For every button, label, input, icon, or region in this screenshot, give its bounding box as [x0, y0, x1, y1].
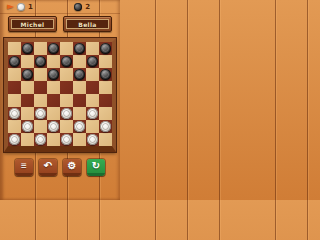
- square-h1[interactable]: [99, 133, 112, 146]
- square-e1[interactable]: [60, 133, 73, 146]
- square-b4[interactable]: [21, 94, 34, 107]
- player2-name-plate: Bella: [63, 16, 112, 32]
- black-piece[interactable]: [87, 56, 98, 67]
- square-c8[interactable]: [34, 42, 47, 55]
- square-c2[interactable]: [34, 120, 47, 133]
- square-a4[interactable]: [8, 94, 21, 107]
- square-a2[interactable]: [8, 120, 21, 133]
- square-f7[interactable]: [73, 55, 86, 68]
- black-piece[interactable]: [61, 56, 72, 67]
- square-h6[interactable]: [99, 68, 112, 81]
- black-piece[interactable]: [74, 69, 85, 80]
- white-piece[interactable]: [9, 108, 20, 119]
- square-b8[interactable]: [21, 42, 34, 55]
- turn-status-bar: ► 1 2: [0, 0, 120, 14]
- square-g7[interactable]: [86, 55, 99, 68]
- square-e8[interactable]: [60, 42, 73, 55]
- square-a5[interactable]: [8, 81, 21, 94]
- square-d8[interactable]: [47, 42, 60, 55]
- white-piece[interactable]: [9, 134, 20, 145]
- square-c4[interactable]: [34, 94, 47, 107]
- square-f3[interactable]: [73, 107, 86, 120]
- player1-name: Michel: [21, 21, 45, 28]
- square-b7[interactable]: [21, 55, 34, 68]
- white-piece-icon: [17, 3, 25, 11]
- square-b3[interactable]: [21, 107, 34, 120]
- square-b6[interactable]: [21, 68, 34, 81]
- square-g8[interactable]: [86, 42, 99, 55]
- square-d1[interactable]: [47, 133, 60, 146]
- restart-icon: ↻: [92, 161, 100, 171]
- square-b5[interactable]: [21, 81, 34, 94]
- white-piece[interactable]: [35, 134, 46, 145]
- board-grid: [8, 42, 112, 146]
- black-piece[interactable]: [74, 43, 85, 54]
- black-piece-icon: [74, 3, 82, 11]
- white-piece[interactable]: [100, 121, 111, 132]
- square-g3[interactable]: [86, 107, 99, 120]
- player2-name: Bella: [78, 21, 96, 28]
- bottom-toolbar: ≡ ↶ ⚙ ↻: [0, 159, 120, 176]
- square-e5[interactable]: [60, 81, 73, 94]
- player1-number: 1: [28, 3, 33, 11]
- black-piece[interactable]: [9, 56, 20, 67]
- square-e4[interactable]: [60, 94, 73, 107]
- player1-name-plate: Michel: [8, 16, 57, 32]
- square-d4[interactable]: [47, 94, 60, 107]
- square-g4[interactable]: [86, 94, 99, 107]
- square-b2[interactable]: [21, 120, 34, 133]
- turn-arrow-icon: ►: [7, 2, 14, 11]
- square-a6[interactable]: [8, 68, 21, 81]
- black-piece[interactable]: [48, 69, 59, 80]
- black-piece[interactable]: [48, 43, 59, 54]
- square-d5[interactable]: [47, 81, 60, 94]
- black-piece[interactable]: [22, 69, 33, 80]
- square-c6[interactable]: [34, 68, 47, 81]
- black-piece[interactable]: [22, 43, 33, 54]
- square-c7[interactable]: [34, 55, 47, 68]
- player2-number: 2: [85, 3, 90, 11]
- white-piece[interactable]: [61, 134, 72, 145]
- square-e2[interactable]: [60, 120, 73, 133]
- square-f5[interactable]: [73, 81, 86, 94]
- square-g1[interactable]: [86, 133, 99, 146]
- square-b1[interactable]: [21, 133, 34, 146]
- square-h5[interactable]: [99, 81, 112, 94]
- square-h7[interactable]: [99, 55, 112, 68]
- settings-button[interactable]: ⚙: [63, 159, 81, 176]
- square-h3[interactable]: [99, 107, 112, 120]
- white-piece[interactable]: [74, 121, 85, 132]
- square-d2[interactable]: [47, 120, 60, 133]
- square-h4[interactable]: [99, 94, 112, 107]
- square-f6[interactable]: [73, 68, 86, 81]
- square-h2[interactable]: [99, 120, 112, 133]
- white-piece[interactable]: [87, 134, 98, 145]
- square-a3[interactable]: [8, 107, 21, 120]
- square-f2[interactable]: [73, 120, 86, 133]
- white-piece[interactable]: [22, 121, 33, 132]
- player2-indicator: 2: [74, 3, 90, 11]
- menu-button[interactable]: ≡: [15, 159, 33, 176]
- square-d6[interactable]: [47, 68, 60, 81]
- square-c1[interactable]: [34, 133, 47, 146]
- square-e7[interactable]: [60, 55, 73, 68]
- checkers-board: [4, 38, 116, 152]
- white-piece[interactable]: [87, 108, 98, 119]
- square-f8[interactable]: [73, 42, 86, 55]
- settings-icon: ⚙: [68, 161, 77, 171]
- white-piece[interactable]: [35, 108, 46, 119]
- square-h8[interactable]: [99, 42, 112, 55]
- black-piece[interactable]: [35, 56, 46, 67]
- square-a1[interactable]: [8, 133, 21, 146]
- square-d7[interactable]: [47, 55, 60, 68]
- square-g5[interactable]: [86, 81, 99, 94]
- square-c3[interactable]: [34, 107, 47, 120]
- square-g2[interactable]: [86, 120, 99, 133]
- undo-icon: ↶: [44, 161, 52, 171]
- square-g6[interactable]: [86, 68, 99, 81]
- restart-button[interactable]: ↻: [87, 159, 105, 176]
- square-a8[interactable]: [8, 42, 21, 55]
- square-e3[interactable]: [60, 107, 73, 120]
- square-d3[interactable]: [47, 107, 60, 120]
- menu-icon: ≡: [21, 161, 27, 171]
- white-piece[interactable]: [48, 121, 59, 132]
- black-piece[interactable]: [100, 43, 111, 54]
- player-name-plates: Michel Bella: [0, 14, 120, 32]
- square-a7[interactable]: [8, 55, 21, 68]
- player1-indicator: ► 1: [7, 2, 33, 11]
- black-piece[interactable]: [100, 69, 111, 80]
- square-c5[interactable]: [34, 81, 47, 94]
- white-piece[interactable]: [61, 108, 72, 119]
- square-e6[interactable]: [60, 68, 73, 81]
- square-f4[interactable]: [73, 94, 86, 107]
- square-f1[interactable]: [73, 133, 86, 146]
- undo-button[interactable]: ↶: [39, 159, 57, 176]
